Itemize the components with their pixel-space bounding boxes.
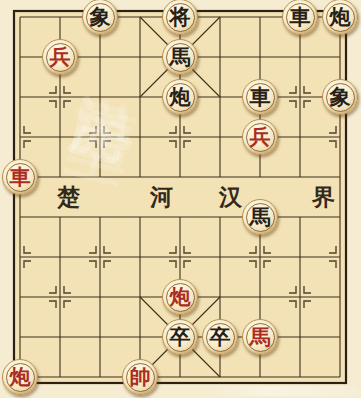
board-point: 将 (160, 0, 200, 37)
piece-red-horse[interactable]: 馬 (242, 319, 278, 355)
board-point: 車 (280, 0, 320, 37)
piece-black-cannon[interactable]: 炮 (322, 0, 358, 35)
piece-glyph: 帥 (130, 359, 151, 395)
board-point: 兵 (40, 37, 80, 77)
piece-red-general[interactable]: 帥 (122, 359, 158, 395)
piece-red-cannon[interactable]: 炮 (162, 279, 198, 315)
piece-black-soldier[interactable]: 卒 (202, 319, 238, 355)
piece-red-soldier[interactable]: 兵 (242, 119, 278, 155)
board-point: 象 (80, 0, 120, 37)
board-point: 卒 (160, 317, 200, 357)
piece-black-general[interactable]: 将 (162, 0, 198, 35)
piece-glyph: 兵 (50, 39, 71, 75)
board-point: 兵 (240, 117, 280, 157)
piece-black-soldier[interactable]: 卒 (162, 319, 198, 355)
piece-glyph: 炮 (170, 79, 191, 115)
piece-glyph: 卒 (210, 319, 231, 355)
piece-red-cannon[interactable]: 炮 (2, 359, 38, 395)
board-point: 車 (0, 157, 40, 197)
piece-glyph: 車 (10, 159, 31, 195)
piece-glyph: 車 (290, 0, 311, 35)
board-point: 炮 (320, 0, 360, 37)
piece-black-cannon[interactable]: 炮 (162, 79, 198, 115)
board-point: 炮 (160, 277, 200, 317)
piece-glyph: 炮 (330, 0, 351, 35)
piece-glyph: 炮 (170, 279, 191, 315)
pieces-layer: 象将車炮兵馬炮車象兵車馬炮卒卒馬炮帥 (0, 0, 360, 397)
piece-black-elephant[interactable]: 象 (322, 79, 358, 115)
piece-black-chariot[interactable]: 車 (242, 79, 278, 115)
piece-black-horse[interactable]: 馬 (242, 199, 278, 235)
piece-glyph: 象 (90, 0, 111, 35)
piece-red-chariot[interactable]: 車 (2, 159, 38, 195)
board-point: 車 (240, 77, 280, 117)
piece-glyph: 馬 (250, 199, 271, 235)
piece-glyph: 兵 (250, 119, 271, 155)
piece-glyph: 馬 (250, 319, 271, 355)
piece-glyph: 馬 (170, 39, 191, 75)
board-point: 炮 (0, 357, 40, 397)
piece-glyph: 車 (250, 79, 271, 115)
board-point: 馬 (240, 197, 280, 237)
board-point: 象 (320, 77, 360, 117)
board-point: 卒 (200, 317, 240, 357)
board-point: 炮 (160, 77, 200, 117)
piece-glyph: 卒 (170, 319, 191, 355)
piece-glyph: 象 (330, 79, 351, 115)
piece-glyph: 将 (170, 0, 191, 35)
xiangqi-board[interactable]: 楚 河 汉 界 游民星空 象将車炮兵馬炮車象兵車馬炮卒卒馬炮帥 (0, 0, 361, 398)
board-point: 馬 (160, 37, 200, 77)
piece-red-soldier[interactable]: 兵 (42, 39, 78, 75)
piece-glyph: 炮 (10, 359, 31, 395)
board-point: 帥 (120, 357, 160, 397)
piece-black-chariot[interactable]: 車 (282, 0, 318, 35)
piece-black-elephant[interactable]: 象 (82, 0, 118, 35)
piece-black-horse[interactable]: 馬 (162, 39, 198, 75)
board-point: 馬 (240, 317, 280, 357)
